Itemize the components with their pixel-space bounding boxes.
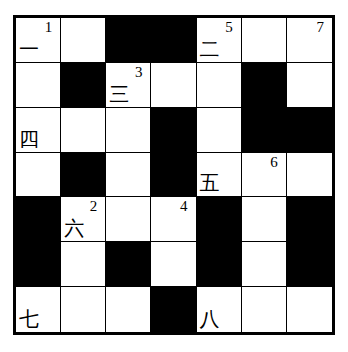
down-clue-number-3: 3: [135, 64, 143, 81]
across-clue-label-一: 一: [19, 39, 39, 59]
cell-r4c1[interactable]: [16, 153, 61, 198]
block-cell-r3c6: [242, 108, 287, 153]
cell-r7c1[interactable]: 七: [16, 287, 61, 332]
across-clue-label-五: 五: [200, 173, 220, 193]
cell-r1c1[interactable]: 1一: [16, 18, 61, 63]
block-cell-r4c4: [151, 153, 196, 198]
cell-r4c5[interactable]: 五: [197, 153, 242, 198]
cell-r7c6[interactable]: [242, 287, 287, 332]
block-cell-r5c5: [197, 197, 242, 242]
cell-r7c7[interactable]: [287, 287, 332, 332]
block-cell-r4c2: [61, 153, 106, 198]
cell-r2c5[interactable]: [197, 63, 242, 108]
cell-r2c1[interactable]: [16, 63, 61, 108]
cell-r3c2[interactable]: [61, 108, 106, 153]
cell-r4c6[interactable]: 6: [242, 153, 287, 198]
block-cell-r6c7: [287, 242, 332, 287]
block-cell-r6c1: [16, 242, 61, 287]
cell-r7c3[interactable]: [106, 287, 151, 332]
down-clue-number-6: 6: [270, 154, 278, 171]
block-cell-r3c4: [151, 108, 196, 153]
block-cell-r1c4: [151, 18, 196, 63]
down-clue-number-1: 1: [45, 19, 53, 36]
across-clue-label-二: 二: [200, 39, 220, 59]
down-clue-number-4: 4: [180, 198, 188, 215]
block-cell-r2c6: [242, 63, 287, 108]
across-clue-label-三: 三: [109, 84, 129, 104]
cell-r4c3[interactable]: [106, 153, 151, 198]
cell-r7c2[interactable]: [61, 287, 106, 332]
block-cell-r6c3: [106, 242, 151, 287]
cell-r3c1[interactable]: 四: [16, 108, 61, 153]
cell-r4c7[interactable]: [287, 153, 332, 198]
cell-r6c6[interactable]: [242, 242, 287, 287]
cell-r2c4[interactable]: [151, 63, 196, 108]
cell-r5c3[interactable]: [106, 197, 151, 242]
cell-r6c2[interactable]: [61, 242, 106, 287]
block-cell-r6c5: [197, 242, 242, 287]
across-clue-label-八: 八: [200, 309, 220, 329]
cell-r5c2[interactable]: 2六: [61, 197, 106, 242]
across-clue-label-六: 六: [64, 218, 84, 238]
crossword-board: 1一5二73三四五62六4七八: [13, 15, 335, 335]
across-clue-label-七: 七: [19, 309, 39, 329]
down-clue-number-5: 5: [225, 19, 233, 36]
cell-r5c4[interactable]: 4: [151, 197, 196, 242]
down-clue-number-2: 2: [90, 198, 98, 215]
block-cell-r1c3: [106, 18, 151, 63]
cell-r2c3[interactable]: 3三: [106, 63, 151, 108]
cell-r3c3[interactable]: [106, 108, 151, 153]
cell-r2c7[interactable]: [287, 63, 332, 108]
block-cell-r5c1: [16, 197, 61, 242]
block-cell-r2c2: [61, 63, 106, 108]
cell-r6c4[interactable]: [151, 242, 196, 287]
down-clue-number-7: 7: [316, 19, 324, 36]
cell-r1c5[interactable]: 5二: [197, 18, 242, 63]
block-cell-r3c7: [287, 108, 332, 153]
cell-r1c7[interactable]: 7: [287, 18, 332, 63]
crossword-page: 1一5二73三四五62六4七八: [0, 0, 348, 352]
block-cell-r7c4: [151, 287, 196, 332]
cell-r1c6[interactable]: [242, 18, 287, 63]
across-clue-label-四: 四: [19, 129, 39, 149]
cell-r1c2[interactable]: [61, 18, 106, 63]
block-cell-r5c7: [287, 197, 332, 242]
cell-r3c5[interactable]: [197, 108, 242, 153]
cell-r5c6[interactable]: [242, 197, 287, 242]
cell-r7c5[interactable]: 八: [197, 287, 242, 332]
